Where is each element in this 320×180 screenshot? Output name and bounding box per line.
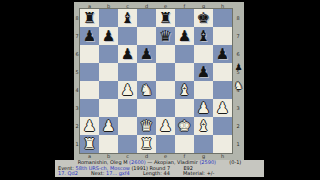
last-move: 17. Qd2: [58, 170, 78, 176]
game-result: (0-1): [229, 159, 241, 165]
square-d7[interactable]: [137, 27, 156, 45]
square-e3[interactable]: [156, 99, 175, 117]
piece-white-pawn: ♟: [102, 119, 115, 134]
piece-black-pawn: ♟: [216, 47, 229, 62]
square-f5[interactable]: [175, 63, 194, 81]
square-f2[interactable]: ♚: [175, 117, 194, 135]
rank-label-3: 3: [233, 99, 243, 117]
square-g3[interactable]: ♟: [194, 99, 213, 117]
piece-black-rook: ♜: [159, 11, 172, 26]
square-c7[interactable]: [118, 27, 137, 45]
square-g1[interactable]: [194, 135, 213, 153]
square-b7[interactable]: ♟: [99, 27, 118, 45]
square-c8[interactable]: ♝: [118, 9, 137, 27]
square-h2[interactable]: [213, 117, 232, 135]
piece-white-rook: ♜: [140, 137, 153, 152]
square-h7[interactable]: [213, 27, 232, 45]
square-c3[interactable]: [118, 99, 137, 117]
piece-black-pawn: ♟: [197, 65, 210, 80]
rank-label-6: 6: [233, 45, 243, 63]
material-white-extra-knight-icon: ♞: [233, 81, 244, 91]
rank-label-8: 8: [233, 9, 243, 27]
black-player-rating: (2590): [199, 159, 216, 165]
game-info-caption: Romanishin, Oleg M (2600) — Akopian, Vla…: [55, 160, 264, 177]
square-f7[interactable]: ♟: [175, 27, 194, 45]
material-black-extra-pawn-icon: ♟: [233, 63, 244, 72]
piece-black-bishop: ♝: [197, 29, 210, 44]
rank-label-2: 2: [233, 117, 243, 135]
square-e5[interactable]: [156, 63, 175, 81]
square-d6[interactable]: ♟: [137, 45, 156, 63]
square-g5[interactable]: ♟: [194, 63, 213, 81]
video-frame: abcdefgh 87654321 ♜♝♜♚♟♟♛♟♝♟♟♟♟♟♞♝♟♟♟♟♛♟…: [0, 0, 320, 180]
piece-white-pawn: ♟: [159, 119, 172, 134]
square-e7[interactable]: ♛: [156, 27, 175, 45]
piece-white-queen: ♛: [140, 119, 153, 134]
square-f4[interactable]: ♝: [175, 81, 194, 99]
piece-black-king: ♚: [197, 11, 210, 26]
square-c1[interactable]: [118, 135, 137, 153]
piece-white-pawn: ♟: [121, 83, 134, 98]
square-b3[interactable]: [99, 99, 118, 117]
square-f1[interactable]: [175, 135, 194, 153]
length-value: 44: [163, 170, 169, 176]
square-f8[interactable]: [175, 9, 194, 27]
piece-black-pawn: ♟: [102, 29, 115, 44]
rank-label-1: 1: [233, 135, 243, 153]
square-a5[interactable]: [80, 63, 99, 81]
square-b2[interactable]: ♟: [99, 117, 118, 135]
square-g7[interactable]: ♝: [194, 27, 213, 45]
square-b5[interactable]: [99, 63, 118, 81]
square-h3[interactable]: ♟: [213, 99, 232, 117]
material-value: +/-: [207, 170, 215, 176]
piece-white-pawn: ♟: [83, 119, 96, 134]
square-e4[interactable]: [156, 81, 175, 99]
square-e1[interactable]: [156, 135, 175, 153]
piece-white-rook: ♜: [83, 137, 96, 152]
square-g6[interactable]: [194, 45, 213, 63]
piece-white-bishop: ♝: [197, 119, 210, 134]
next-move: 17... gxf4: [106, 170, 130, 176]
square-d4[interactable]: ♞: [137, 81, 156, 99]
piece-black-pawn: ♟: [140, 47, 153, 62]
square-f3[interactable]: [175, 99, 194, 117]
square-g4[interactable]: [194, 81, 213, 99]
square-e8[interactable]: ♜: [156, 9, 175, 27]
square-d8[interactable]: [137, 9, 156, 27]
piece-white-pawn: ♟: [216, 101, 229, 116]
piece-white-knight: ♞: [140, 83, 153, 98]
rank-label-7: 7: [233, 27, 243, 45]
square-b8[interactable]: [99, 9, 118, 27]
square-e6[interactable]: [156, 45, 175, 63]
piece-black-queen: ♛: [159, 29, 172, 44]
square-d5[interactable]: [137, 63, 156, 81]
square-g2[interactable]: ♝: [194, 117, 213, 135]
square-c6[interactable]: ♟: [118, 45, 137, 63]
square-d1[interactable]: ♜: [137, 135, 156, 153]
square-h6[interactable]: ♟: [213, 45, 232, 63]
chess-board: ♜♝♜♚♟♟♛♟♝♟♟♟♟♟♞♝♟♟♟♟♛♟♚♝♜♜: [80, 9, 232, 153]
piece-white-king: ♚: [178, 119, 191, 134]
move-info-line: 17. Qd2 Next: 17... gxf4 Length: 44 Mate…: [55, 171, 264, 177]
square-a2[interactable]: ♟: [80, 117, 99, 135]
piece-black-bishop: ♝: [121, 11, 134, 26]
square-h5[interactable]: [213, 63, 232, 81]
square-a4[interactable]: [80, 81, 99, 99]
square-b6[interactable]: [99, 45, 118, 63]
square-a6[interactable]: [80, 45, 99, 63]
chess-diagram-panel: abcdefgh 87654321 ♜♝♜♚♟♟♛♟♝♟♟♟♟♟♞♝♟♟♟♟♛♟…: [74, 2, 244, 160]
square-e2[interactable]: ♟: [156, 117, 175, 135]
square-g8[interactable]: ♚: [194, 9, 213, 27]
square-c4[interactable]: ♟: [118, 81, 137, 99]
piece-black-pawn: ♟: [178, 29, 191, 44]
square-d3[interactable]: [137, 99, 156, 117]
square-a1[interactable]: ♜: [80, 135, 99, 153]
square-c5[interactable]: [118, 63, 137, 81]
next-label: Next:: [91, 170, 104, 176]
square-b1[interactable]: [99, 135, 118, 153]
square-a3[interactable]: [80, 99, 99, 117]
piece-white-pawn: ♟: [197, 101, 210, 116]
square-a7[interactable]: ♟: [80, 27, 99, 45]
piece-black-pawn: ♟: [83, 29, 96, 44]
square-h8[interactable]: [213, 9, 232, 27]
square-h1[interactable]: [213, 135, 232, 153]
piece-black-pawn: ♟: [121, 47, 134, 62]
piece-white-bishop: ♝: [178, 83, 191, 98]
square-c2[interactable]: [118, 117, 137, 135]
square-f6[interactable]: [175, 45, 194, 63]
square-h4[interactable]: [213, 81, 232, 99]
square-b4[interactable]: [99, 81, 118, 99]
piece-black-rook: ♜: [83, 11, 96, 26]
square-d2[interactable]: ♛: [137, 117, 156, 135]
material-label: Material:: [183, 170, 205, 176]
length-label: Length:: [143, 170, 162, 176]
square-a8[interactable]: ♜: [80, 9, 99, 27]
